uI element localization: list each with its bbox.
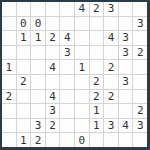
- clue-cell-r3c4: 3: [60, 46, 74, 60]
- empty-cell-r1c0[interactable]: [2, 17, 16, 31]
- empty-cell-r9c6[interactable]: [90, 133, 104, 147]
- empty-cell-r4c2[interactable]: [31, 60, 45, 74]
- clue-cell-r8c8: 4: [119, 119, 133, 133]
- clue-cell-r4c3: 4: [46, 60, 60, 74]
- empty-cell-r6c5[interactable]: [75, 90, 89, 104]
- empty-cell-r0c3[interactable]: [46, 2, 60, 16]
- clue-cell-r5c6: 2: [90, 75, 104, 89]
- empty-cell-r3c0[interactable]: [2, 46, 16, 60]
- clue-cell-r0c6: 2: [90, 2, 104, 16]
- empty-cell-r0c2[interactable]: [31, 2, 45, 16]
- clue-cell-r3c8: 3: [119, 46, 133, 60]
- empty-cell-r7c1[interactable]: [17, 104, 31, 118]
- clue-cell-r4c5: 1: [75, 60, 89, 74]
- clue-cell-r5c1: 2: [17, 75, 31, 89]
- empty-cell-r7c0[interactable]: [2, 104, 16, 118]
- clue-cell-r3c9: 2: [133, 46, 147, 60]
- empty-cell-r9c0[interactable]: [2, 133, 16, 147]
- empty-cell-r3c1[interactable]: [17, 46, 31, 60]
- empty-cell-r0c8[interactable]: [119, 2, 133, 16]
- empty-cell-r9c7[interactable]: [104, 133, 118, 147]
- empty-cell-r1c7[interactable]: [104, 17, 118, 31]
- empty-cell-r2c6[interactable]: [90, 31, 104, 45]
- clue-cell-r7c3: 3: [46, 104, 60, 118]
- clue-cell-r2c2: 1: [31, 31, 45, 45]
- empty-cell-r8c4[interactable]: [60, 119, 74, 133]
- empty-cell-r3c7[interactable]: [104, 46, 118, 60]
- clue-cell-r8c9: 3: [133, 119, 147, 133]
- empty-cell-r6c1[interactable]: [17, 90, 31, 104]
- clue-cell-r9c1: 1: [17, 133, 31, 147]
- empty-cell-r5c4[interactable]: [60, 75, 74, 89]
- empty-cell-r9c9[interactable]: [133, 133, 147, 147]
- empty-cell-r4c8[interactable]: [119, 60, 133, 74]
- empty-cell-r2c5[interactable]: [75, 31, 89, 45]
- empty-cell-r8c5[interactable]: [75, 119, 89, 133]
- clue-cell-r5c8: 3: [119, 75, 133, 89]
- empty-cell-r5c3[interactable]: [46, 75, 60, 89]
- clue-cell-r2c8: 3: [119, 31, 133, 45]
- empty-cell-r4c6[interactable]: [90, 60, 104, 74]
- empty-cell-r0c1[interactable]: [17, 2, 31, 16]
- clue-cell-r6c6: 2: [90, 90, 104, 104]
- clue-cell-r8c2: 3: [31, 119, 45, 133]
- clue-cell-r1c9: 3: [133, 17, 147, 31]
- empty-cell-r1c6[interactable]: [90, 17, 104, 31]
- clue-cell-r9c2: 2: [31, 133, 45, 147]
- empty-cell-r0c4[interactable]: [60, 2, 74, 16]
- empty-cell-r4c4[interactable]: [60, 60, 74, 74]
- empty-cell-r2c0[interactable]: [2, 31, 16, 45]
- empty-cell-r5c9[interactable]: [133, 75, 147, 89]
- clue-cell-r2c7: 4: [104, 31, 118, 45]
- clue-cell-r8c6: 1: [90, 119, 104, 133]
- clue-cell-r2c1: 1: [17, 31, 31, 45]
- empty-cell-r5c2[interactable]: [31, 75, 45, 89]
- empty-cell-r7c2[interactable]: [31, 104, 45, 118]
- clue-cell-r1c1: 0: [17, 17, 31, 31]
- empty-cell-r0c9[interactable]: [133, 2, 147, 16]
- clue-cell-r7c6: 1: [90, 104, 104, 118]
- clue-cell-r8c7: 3: [104, 119, 118, 133]
- empty-cell-r5c5[interactable]: [75, 75, 89, 89]
- clue-cell-r1c2: 0: [31, 17, 45, 31]
- empty-cell-r6c9[interactable]: [133, 90, 147, 104]
- empty-cell-r5c0[interactable]: [2, 75, 16, 89]
- empty-cell-r7c5[interactable]: [75, 104, 89, 118]
- empty-cell-r2c9[interactable]: [133, 31, 147, 45]
- empty-cell-r4c9[interactable]: [133, 60, 147, 74]
- empty-cell-r7c4[interactable]: [60, 104, 74, 118]
- empty-cell-r3c5[interactable]: [75, 46, 89, 60]
- clue-cell-r9c5: 0: [75, 133, 89, 147]
- empty-cell-r6c8[interactable]: [119, 90, 133, 104]
- empty-cell-r9c4[interactable]: [60, 133, 74, 147]
- clue-cell-r4c0: 1: [2, 60, 16, 74]
- minesweeper-board: 42300311244333214122232422312321343120: [0, 0, 150, 150]
- clue-cell-r2c3: 2: [46, 31, 60, 45]
- empty-cell-r9c8[interactable]: [119, 133, 133, 147]
- clue-cell-r4c7: 2: [104, 60, 118, 74]
- clue-cell-r6c3: 4: [46, 90, 60, 104]
- empty-cell-r7c8[interactable]: [119, 104, 133, 118]
- empty-cell-r1c4[interactable]: [60, 17, 74, 31]
- empty-cell-r4c1[interactable]: [17, 60, 31, 74]
- clue-cell-r8c3: 2: [46, 119, 60, 133]
- empty-cell-r9c3[interactable]: [46, 133, 60, 147]
- empty-cell-r3c6[interactable]: [90, 46, 104, 60]
- empty-cell-r6c4[interactable]: [60, 90, 74, 104]
- empty-cell-r1c3[interactable]: [46, 17, 60, 31]
- empty-cell-r0c0[interactable]: [2, 2, 16, 16]
- empty-cell-r7c7[interactable]: [104, 104, 118, 118]
- empty-cell-r8c0[interactable]: [2, 119, 16, 133]
- clue-cell-r0c7: 3: [104, 2, 118, 16]
- clue-cell-r6c0: 2: [2, 90, 16, 104]
- empty-cell-r1c8[interactable]: [119, 17, 133, 31]
- clue-cell-r7c9: 2: [133, 104, 147, 118]
- clue-cell-r6c7: 2: [104, 90, 118, 104]
- clue-cell-r2c4: 4: [60, 31, 74, 45]
- empty-cell-r1c5[interactable]: [75, 17, 89, 31]
- empty-cell-r8c1[interactable]: [17, 119, 31, 133]
- empty-cell-r6c2[interactable]: [31, 90, 45, 104]
- clue-cell-r0c5: 4: [75, 2, 89, 16]
- empty-cell-r5c7[interactable]: [104, 75, 118, 89]
- empty-cell-r3c3[interactable]: [46, 46, 60, 60]
- empty-cell-r3c2[interactable]: [31, 46, 45, 60]
